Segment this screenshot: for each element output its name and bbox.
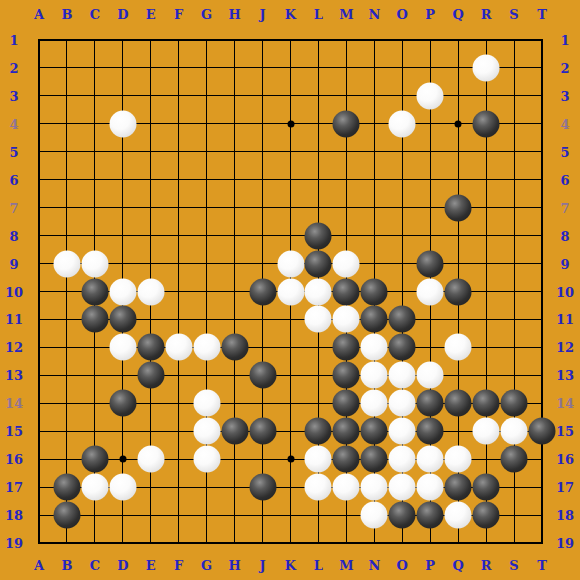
black-stone[interactable] <box>417 418 444 445</box>
row-label-right: 2 <box>560 61 569 74</box>
white-stone[interactable] <box>445 502 472 529</box>
white-stone[interactable] <box>445 334 472 361</box>
white-stone[interactable] <box>361 390 388 417</box>
white-stone[interactable] <box>389 362 416 389</box>
row-label-left: 15 <box>5 425 23 438</box>
black-stone[interactable] <box>333 390 360 417</box>
column-label-top: M <box>339 8 353 21</box>
white-stone[interactable] <box>361 362 388 389</box>
row-label-right: 11 <box>556 313 574 326</box>
white-stone[interactable] <box>81 250 108 277</box>
white-stone[interactable] <box>417 82 444 109</box>
row-label-left: 6 <box>9 173 18 186</box>
black-stone[interactable] <box>249 418 276 445</box>
column-label-bottom: L <box>314 559 323 572</box>
row-label-left: 10 <box>5 285 23 298</box>
black-stone[interactable] <box>333 418 360 445</box>
column-label-top: L <box>314 8 323 21</box>
black-stone[interactable] <box>137 334 164 361</box>
grid-line-horizontal <box>39 375 542 376</box>
white-stone[interactable] <box>389 418 416 445</box>
white-stone[interactable] <box>333 250 360 277</box>
row-label-right: 7 <box>560 201 569 214</box>
column-label-bottom: K <box>285 559 296 572</box>
row-label-right: 15 <box>556 425 574 438</box>
black-stone[interactable] <box>305 222 332 249</box>
row-label-right: 5 <box>560 145 569 158</box>
black-stone[interactable] <box>221 418 248 445</box>
column-label-top: C <box>90 8 100 21</box>
row-label-right: 16 <box>556 453 574 466</box>
black-stone[interactable] <box>333 362 360 389</box>
column-label-bottom: J <box>259 559 265 572</box>
black-stone[interactable] <box>53 474 80 501</box>
white-stone[interactable] <box>361 474 388 501</box>
column-label-bottom: F <box>174 559 183 572</box>
black-stone[interactable] <box>333 446 360 473</box>
white-stone[interactable] <box>333 474 360 501</box>
column-label-top: T <box>537 8 547 21</box>
white-stone[interactable] <box>389 446 416 473</box>
row-label-left: 14 <box>5 397 23 410</box>
black-stone[interactable] <box>389 306 416 333</box>
grid-line-horizontal <box>39 431 542 432</box>
row-label-left: 7 <box>9 201 18 214</box>
row-label-left: 17 <box>5 481 23 494</box>
black-stone[interactable] <box>249 278 276 305</box>
star-point <box>287 120 294 127</box>
column-label-top: O <box>397 8 408 21</box>
white-stone[interactable] <box>109 474 136 501</box>
row-label-right: 3 <box>560 89 569 102</box>
row-label-left: 4 <box>9 117 18 130</box>
white-stone[interactable] <box>137 446 164 473</box>
row-label-right: 1 <box>560 34 569 47</box>
column-label-top: G <box>201 8 212 21</box>
black-stone[interactable] <box>473 110 500 137</box>
column-label-bottom: C <box>90 559 100 572</box>
row-label-left: 16 <box>5 453 23 466</box>
column-label-bottom: E <box>146 559 156 572</box>
row-label-left: 9 <box>9 257 18 270</box>
white-stone[interactable] <box>81 474 108 501</box>
row-label-left: 1 <box>9 34 18 47</box>
black-stone[interactable] <box>305 250 332 277</box>
black-stone[interactable] <box>53 502 80 529</box>
black-stone[interactable] <box>445 474 472 501</box>
black-stone[interactable] <box>445 278 472 305</box>
black-stone[interactable] <box>81 278 108 305</box>
row-label-left: 11 <box>5 313 23 326</box>
white-stone[interactable] <box>277 250 304 277</box>
white-stone[interactable] <box>305 278 332 305</box>
row-label-right: 19 <box>556 537 574 550</box>
white-stone[interactable] <box>417 446 444 473</box>
black-stone[interactable] <box>501 390 528 417</box>
black-stone[interactable] <box>529 418 556 445</box>
black-stone[interactable] <box>473 474 500 501</box>
black-stone[interactable] <box>221 334 248 361</box>
row-label-right: 12 <box>556 341 574 354</box>
column-label-top: B <box>61 8 72 21</box>
row-label-left: 5 <box>9 145 18 158</box>
column-label-bottom: R <box>481 559 492 572</box>
column-label-top: D <box>117 8 128 21</box>
column-label-top: N <box>368 8 380 21</box>
white-stone[interactable] <box>501 418 528 445</box>
white-stone[interactable] <box>193 334 220 361</box>
column-label-bottom: A <box>34 559 44 572</box>
column-label-top: J <box>259 8 265 21</box>
black-stone[interactable] <box>445 194 472 221</box>
black-stone[interactable] <box>333 278 360 305</box>
black-stone[interactable] <box>249 474 276 501</box>
black-stone[interactable] <box>81 306 108 333</box>
black-stone[interactable] <box>249 362 276 389</box>
go-board-screen: AABBCCDDEEFFGGHHJJKKLLMMNNOOPPQQRRSSTT11… <box>0 0 580 580</box>
column-label-bottom: O <box>397 559 408 572</box>
black-stone[interactable] <box>361 446 388 473</box>
column-label-top: A <box>34 8 44 21</box>
black-stone[interactable] <box>81 446 108 473</box>
star-point <box>119 456 126 463</box>
black-stone[interactable] <box>417 250 444 277</box>
row-label-right: 10 <box>556 285 574 298</box>
white-stone[interactable] <box>165 334 192 361</box>
white-stone[interactable] <box>277 278 304 305</box>
column-label-bottom: D <box>117 559 128 572</box>
column-label-bottom: N <box>368 559 380 572</box>
black-stone[interactable] <box>361 278 388 305</box>
black-stone[interactable] <box>445 390 472 417</box>
white-stone[interactable] <box>445 446 472 473</box>
black-stone[interactable] <box>333 334 360 361</box>
black-stone[interactable] <box>389 502 416 529</box>
white-stone[interactable] <box>305 474 332 501</box>
black-stone[interactable] <box>137 362 164 389</box>
row-label-left: 8 <box>9 229 18 242</box>
column-label-bottom: B <box>61 559 72 572</box>
white-stone[interactable] <box>53 250 80 277</box>
black-stone[interactable] <box>473 390 500 417</box>
black-stone[interactable] <box>501 446 528 473</box>
white-stone[interactable] <box>193 390 220 417</box>
black-stone[interactable] <box>109 390 136 417</box>
star-point <box>287 456 294 463</box>
row-label-right: 4 <box>560 117 569 130</box>
white-stone[interactable] <box>389 390 416 417</box>
column-label-bottom: G <box>201 559 212 572</box>
column-label-bottom: M <box>339 559 353 572</box>
row-label-right: 9 <box>560 257 569 270</box>
column-label-bottom: Q <box>452 559 463 572</box>
row-label-right: 8 <box>560 229 569 242</box>
row-label-left: 13 <box>5 369 23 382</box>
black-stone[interactable] <box>473 502 500 529</box>
black-stone[interactable] <box>305 418 332 445</box>
row-label-right: 13 <box>556 369 574 382</box>
column-label-top: R <box>481 8 492 21</box>
column-label-bottom: H <box>228 559 240 572</box>
white-stone[interactable] <box>193 418 220 445</box>
star-point <box>455 120 462 127</box>
row-label-right: 18 <box>556 509 574 522</box>
white-stone[interactable] <box>361 334 388 361</box>
column-label-bottom: T <box>537 559 547 572</box>
column-label-top: P <box>425 8 435 21</box>
white-stone[interactable] <box>109 278 136 305</box>
white-stone[interactable] <box>193 446 220 473</box>
column-label-top: S <box>509 8 518 21</box>
row-label-left: 18 <box>5 509 23 522</box>
column-label-top: K <box>285 8 296 21</box>
column-label-top: F <box>174 8 183 21</box>
white-stone[interactable] <box>473 418 500 445</box>
white-stone[interactable] <box>305 446 332 473</box>
black-stone[interactable] <box>417 390 444 417</box>
white-stone[interactable] <box>473 54 500 81</box>
white-stone[interactable] <box>389 474 416 501</box>
black-stone[interactable] <box>389 334 416 361</box>
white-stone[interactable] <box>109 110 136 137</box>
white-stone[interactable] <box>109 334 136 361</box>
black-stone[interactable] <box>333 110 360 137</box>
row-label-right: 6 <box>560 173 569 186</box>
black-stone[interactable] <box>109 306 136 333</box>
row-label-right: 14 <box>556 397 574 410</box>
row-label-left: 3 <box>9 89 18 102</box>
black-stone[interactable] <box>361 306 388 333</box>
black-stone[interactable] <box>361 418 388 445</box>
row-label-left: 2 <box>9 61 18 74</box>
black-stone[interactable] <box>417 502 444 529</box>
row-label-right: 17 <box>556 481 574 494</box>
white-stone[interactable] <box>137 278 164 305</box>
row-label-left: 12 <box>5 341 23 354</box>
white-stone[interactable] <box>333 306 360 333</box>
white-stone[interactable] <box>417 278 444 305</box>
column-label-bottom: P <box>425 559 435 572</box>
column-label-top: H <box>228 8 240 21</box>
column-label-top: E <box>146 8 156 21</box>
column-label-top: Q <box>452 8 463 21</box>
column-label-bottom: S <box>509 559 518 572</box>
white-stone[interactable] <box>361 502 388 529</box>
white-stone[interactable] <box>417 474 444 501</box>
white-stone[interactable] <box>417 362 444 389</box>
white-stone[interactable] <box>305 306 332 333</box>
white-stone[interactable] <box>389 110 416 137</box>
row-label-left: 19 <box>5 537 23 550</box>
